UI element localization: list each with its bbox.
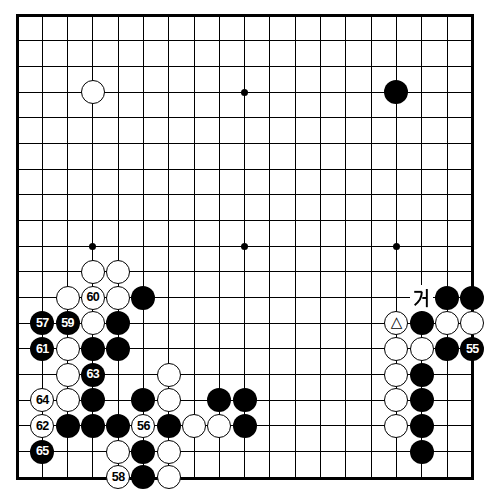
point-9-2[interactable] [207,28,232,54]
point-6-6[interactable] [131,131,156,157]
point-13-2[interactable] [308,28,333,54]
point-1-13[interactable] [4,310,29,336]
point-5-14[interactable] [106,336,131,362]
point-18-10[interactable] [434,233,459,259]
point-14-19[interactable] [333,465,358,491]
point-12-10[interactable] [283,233,308,259]
point-8-15[interactable] [181,362,206,388]
point-15-17[interactable] [359,413,384,439]
point-3-10[interactable] [55,233,80,259]
point-8-12[interactable] [181,285,206,311]
point-17-10[interactable] [409,233,434,259]
point-2-15[interactable] [30,362,55,388]
point-19-6[interactable] [460,131,485,157]
point-10-17[interactable] [232,413,257,439]
point-9-18[interactable] [207,439,232,465]
point-14-6[interactable] [333,131,358,157]
point-19-12[interactable] [460,285,485,311]
point-18-4[interactable] [434,79,459,105]
point-14-12[interactable] [333,285,358,311]
point-2-14[interactable]: 61 [30,336,55,362]
point-2-4[interactable] [30,79,55,105]
point-3-11[interactable] [55,259,80,285]
point-9-17[interactable] [207,413,232,439]
point-13-1[interactable] [308,2,333,28]
point-15-1[interactable] [359,2,384,28]
point-2-19[interactable] [30,465,55,491]
point-6-11[interactable] [131,259,156,285]
point-4-10[interactable] [80,233,105,259]
point-5-8[interactable] [106,182,131,208]
point-16-13[interactable]: △ [384,310,409,336]
point-17-19[interactable] [409,465,434,491]
point-17-13[interactable] [409,310,434,336]
point-17-14[interactable] [409,336,434,362]
point-19-18[interactable] [460,439,485,465]
point-14-3[interactable] [333,54,358,80]
point-8-10[interactable] [181,233,206,259]
point-4-8[interactable] [80,182,105,208]
point-17-15[interactable] [409,362,434,388]
point-3-15[interactable] [55,362,80,388]
point-3-6[interactable] [55,131,80,157]
point-4-7[interactable] [80,156,105,182]
point-4-9[interactable] [80,208,105,234]
point-5-1[interactable] [106,2,131,28]
point-2-12[interactable] [30,285,55,311]
point-11-10[interactable] [257,233,282,259]
point-4-14[interactable] [80,336,105,362]
point-12-8[interactable] [283,182,308,208]
point-5-4[interactable] [106,79,131,105]
point-1-2[interactable] [4,28,29,54]
point-7-1[interactable] [156,2,181,28]
point-16-17[interactable] [384,413,409,439]
point-2-18[interactable]: 65 [30,439,55,465]
point-8-16[interactable] [181,387,206,413]
point-10-6[interactable] [232,131,257,157]
point-18-2[interactable] [434,28,459,54]
point-17-6[interactable] [409,131,434,157]
point-1-14[interactable] [4,336,29,362]
point-3-12[interactable] [55,285,80,311]
point-10-4[interactable] [232,79,257,105]
point-16-2[interactable] [384,28,409,54]
point-12-17[interactable] [283,413,308,439]
point-11-12[interactable] [257,285,282,311]
point-2-17[interactable]: 62 [30,413,55,439]
point-6-5[interactable] [131,105,156,131]
point-12-11[interactable] [283,259,308,285]
point-5-11[interactable] [106,259,131,285]
point-16-1[interactable] [384,2,409,28]
point-9-6[interactable] [207,131,232,157]
point-9-9[interactable] [207,208,232,234]
point-1-1[interactable] [4,2,29,28]
point-5-9[interactable] [106,208,131,234]
point-14-16[interactable] [333,387,358,413]
point-7-12[interactable] [156,285,181,311]
point-19-16[interactable] [460,387,485,413]
point-13-4[interactable] [308,79,333,105]
point-7-10[interactable] [156,233,181,259]
point-14-11[interactable] [333,259,358,285]
point-14-5[interactable] [333,105,358,131]
point-6-12[interactable] [131,285,156,311]
point-19-9[interactable] [460,208,485,234]
point-1-12[interactable] [4,285,29,311]
point-19-2[interactable] [460,28,485,54]
point-13-10[interactable] [308,233,333,259]
point-6-4[interactable] [131,79,156,105]
point-4-4[interactable] [80,79,105,105]
point-15-3[interactable] [359,54,384,80]
point-9-13[interactable] [207,310,232,336]
point-3-16[interactable] [55,387,80,413]
point-4-15[interactable]: 63 [80,362,105,388]
point-1-17[interactable] [4,413,29,439]
point-17-5[interactable] [409,105,434,131]
point-10-5[interactable] [232,105,257,131]
point-15-16[interactable] [359,387,384,413]
point-10-13[interactable] [232,310,257,336]
point-15-6[interactable] [359,131,384,157]
point-16-10[interactable] [384,233,409,259]
point-17-11[interactable] [409,259,434,285]
point-3-17[interactable] [55,413,80,439]
point-12-12[interactable] [283,285,308,311]
point-7-3[interactable] [156,54,181,80]
point-12-6[interactable] [283,131,308,157]
point-18-9[interactable] [434,208,459,234]
point-11-9[interactable] [257,208,282,234]
point-8-3[interactable] [181,54,206,80]
point-4-3[interactable] [80,54,105,80]
point-15-5[interactable] [359,105,384,131]
point-16-6[interactable] [384,131,409,157]
point-7-17[interactable] [156,413,181,439]
point-11-6[interactable] [257,131,282,157]
point-19-19[interactable] [460,465,485,491]
point-19-17[interactable] [460,413,485,439]
point-17-7[interactable] [409,156,434,182]
point-14-14[interactable] [333,336,358,362]
point-19-3[interactable] [460,54,485,80]
point-14-13[interactable] [333,310,358,336]
point-11-11[interactable] [257,259,282,285]
point-10-2[interactable] [232,28,257,54]
point-7-8[interactable] [156,182,181,208]
point-16-16[interactable] [384,387,409,413]
point-5-19[interactable]: 58 [106,465,131,491]
point-8-9[interactable] [181,208,206,234]
point-8-19[interactable] [181,465,206,491]
point-11-1[interactable] [257,2,282,28]
point-12-16[interactable] [283,387,308,413]
point-17-3[interactable] [409,54,434,80]
point-10-7[interactable] [232,156,257,182]
point-18-15[interactable] [434,362,459,388]
point-16-15[interactable] [384,362,409,388]
point-6-14[interactable] [131,336,156,362]
point-7-7[interactable] [156,156,181,182]
point-9-8[interactable] [207,182,232,208]
point-17-9[interactable] [409,208,434,234]
point-14-18[interactable] [333,439,358,465]
go-board[interactable]: 60 가5759△6155636462566558 [0,0,500,497]
point-9-7[interactable] [207,156,232,182]
point-18-5[interactable] [434,105,459,131]
point-2-8[interactable] [30,182,55,208]
point-10-15[interactable] [232,362,257,388]
point-6-13[interactable] [131,310,156,336]
point-5-18[interactable] [106,439,131,465]
point-2-2[interactable] [30,28,55,54]
point-3-7[interactable] [55,156,80,182]
point-18-19[interactable] [434,465,459,491]
point-13-11[interactable] [308,259,333,285]
point-9-16[interactable] [207,387,232,413]
point-1-11[interactable] [4,259,29,285]
point-3-9[interactable] [55,208,80,234]
point-13-13[interactable] [308,310,333,336]
point-16-8[interactable] [384,182,409,208]
point-6-7[interactable] [131,156,156,182]
point-12-4[interactable] [283,79,308,105]
point-17-16[interactable] [409,387,434,413]
point-11-8[interactable] [257,182,282,208]
point-13-3[interactable] [308,54,333,80]
point-2-16[interactable]: 64 [30,387,55,413]
point-17-2[interactable] [409,28,434,54]
point-13-6[interactable] [308,131,333,157]
point-16-3[interactable] [384,54,409,80]
point-10-14[interactable] [232,336,257,362]
point-1-7[interactable] [4,156,29,182]
point-7-15[interactable] [156,362,181,388]
point-12-5[interactable] [283,105,308,131]
point-3-18[interactable] [55,439,80,465]
point-15-12[interactable] [359,285,384,311]
point-12-14[interactable] [283,336,308,362]
point-18-17[interactable] [434,413,459,439]
point-4-12[interactable]: 60 [80,285,105,311]
point-18-18[interactable] [434,439,459,465]
point-17-18[interactable] [409,439,434,465]
point-17-1[interactable] [409,2,434,28]
point-17-8[interactable] [409,182,434,208]
point-2-9[interactable] [30,208,55,234]
point-15-7[interactable] [359,156,384,182]
point-3-4[interactable] [55,79,80,105]
point-13-8[interactable] [308,182,333,208]
point-9-5[interactable] [207,105,232,131]
point-11-7[interactable] [257,156,282,182]
point-10-1[interactable] [232,2,257,28]
point-14-15[interactable] [333,362,358,388]
point-19-10[interactable] [460,233,485,259]
point-11-19[interactable] [257,465,282,491]
point-11-16[interactable] [257,387,282,413]
point-16-11[interactable] [384,259,409,285]
point-4-6[interactable] [80,131,105,157]
point-3-13[interactable]: 59 [55,310,80,336]
point-11-14[interactable] [257,336,282,362]
point-12-19[interactable] [283,465,308,491]
point-16-9[interactable] [384,208,409,234]
point-3-2[interactable] [55,28,80,54]
point-15-15[interactable] [359,362,384,388]
point-9-15[interactable] [207,362,232,388]
point-13-16[interactable] [308,387,333,413]
point-11-17[interactable] [257,413,282,439]
point-8-4[interactable] [181,79,206,105]
point-10-19[interactable] [232,465,257,491]
point-15-10[interactable] [359,233,384,259]
point-11-4[interactable] [257,79,282,105]
point-6-10[interactable] [131,233,156,259]
point-6-2[interactable] [131,28,156,54]
point-15-2[interactable] [359,28,384,54]
point-10-10[interactable] [232,233,257,259]
point-10-16[interactable] [232,387,257,413]
point-1-3[interactable] [4,54,29,80]
point-7-6[interactable] [156,131,181,157]
point-1-16[interactable] [4,387,29,413]
point-16-7[interactable] [384,156,409,182]
point-12-1[interactable] [283,2,308,28]
point-14-7[interactable] [333,156,358,182]
point-1-4[interactable] [4,79,29,105]
point-12-9[interactable] [283,208,308,234]
point-18-8[interactable] [434,182,459,208]
point-3-14[interactable] [55,336,80,362]
point-15-14[interactable] [359,336,384,362]
point-8-6[interactable] [181,131,206,157]
point-5-15[interactable] [106,362,131,388]
point-11-2[interactable] [257,28,282,54]
point-18-12[interactable] [434,285,459,311]
point-7-19[interactable] [156,465,181,491]
point-19-11[interactable] [460,259,485,285]
point-10-18[interactable] [232,439,257,465]
point-9-14[interactable] [207,336,232,362]
point-1-8[interactable] [4,182,29,208]
point-15-8[interactable] [359,182,384,208]
point-9-19[interactable] [207,465,232,491]
point-4-11[interactable] [80,259,105,285]
point-5-12[interactable] [106,285,131,311]
point-7-14[interactable] [156,336,181,362]
point-17-12[interactable]: 가 [409,285,434,311]
point-6-15[interactable] [131,362,156,388]
point-4-19[interactable] [80,465,105,491]
point-12-15[interactable] [283,362,308,388]
point-13-15[interactable] [308,362,333,388]
point-11-18[interactable] [257,439,282,465]
point-14-8[interactable] [333,182,358,208]
point-6-19[interactable] [131,465,156,491]
point-6-1[interactable] [131,2,156,28]
point-6-17[interactable]: 56 [131,413,156,439]
point-14-17[interactable] [333,413,358,439]
point-8-11[interactable] [181,259,206,285]
point-2-13[interactable]: 57 [30,310,55,336]
point-3-5[interactable] [55,105,80,131]
point-18-14[interactable] [434,336,459,362]
point-5-5[interactable] [106,105,131,131]
point-19-1[interactable] [460,2,485,28]
point-19-4[interactable] [460,79,485,105]
point-15-18[interactable] [359,439,384,465]
point-9-3[interactable] [207,54,232,80]
point-4-16[interactable] [80,387,105,413]
point-11-15[interactable] [257,362,282,388]
point-7-4[interactable] [156,79,181,105]
point-18-3[interactable] [434,54,459,80]
point-5-6[interactable] [106,131,131,157]
point-9-12[interactable] [207,285,232,311]
point-13-5[interactable] [308,105,333,131]
point-4-5[interactable] [80,105,105,131]
point-2-3[interactable] [30,54,55,80]
point-2-10[interactable] [30,233,55,259]
point-11-5[interactable] [257,105,282,131]
point-5-7[interactable] [106,156,131,182]
point-18-1[interactable] [434,2,459,28]
point-5-10[interactable] [106,233,131,259]
point-12-18[interactable] [283,439,308,465]
point-4-17[interactable] [80,413,105,439]
point-8-13[interactable] [181,310,206,336]
point-1-19[interactable] [4,465,29,491]
point-18-13[interactable] [434,310,459,336]
point-3-19[interactable] [55,465,80,491]
point-7-11[interactable] [156,259,181,285]
point-15-19[interactable] [359,465,384,491]
point-2-6[interactable] [30,131,55,157]
point-13-9[interactable] [308,208,333,234]
point-10-11[interactable] [232,259,257,285]
point-14-9[interactable] [333,208,358,234]
point-8-8[interactable] [181,182,206,208]
point-8-17[interactable] [181,413,206,439]
point-9-1[interactable] [207,2,232,28]
point-7-9[interactable] [156,208,181,234]
point-1-9[interactable] [4,208,29,234]
point-15-4[interactable] [359,79,384,105]
point-13-14[interactable] [308,336,333,362]
point-3-1[interactable] [55,2,80,28]
point-18-7[interactable] [434,156,459,182]
point-4-18[interactable] [80,439,105,465]
point-12-2[interactable] [283,28,308,54]
point-8-1[interactable] [181,2,206,28]
point-7-2[interactable] [156,28,181,54]
point-16-19[interactable] [384,465,409,491]
point-19-14[interactable]: 55 [460,336,485,362]
point-1-10[interactable] [4,233,29,259]
point-17-17[interactable] [409,413,434,439]
point-7-16[interactable] [156,387,181,413]
point-17-4[interactable] [409,79,434,105]
point-13-7[interactable] [308,156,333,182]
point-14-4[interactable] [333,79,358,105]
point-18-6[interactable] [434,131,459,157]
point-10-12[interactable] [232,285,257,311]
point-10-9[interactable] [232,208,257,234]
point-13-19[interactable] [308,465,333,491]
